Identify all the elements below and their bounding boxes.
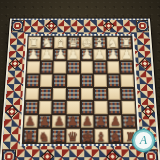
- border-eye-motif: [5, 105, 18, 118]
- brown-bishop[interactable]: ♝: [96, 130, 107, 143]
- square-r1c5[interactable]: ♟: [94, 49, 106, 61]
- square-r1c3[interactable]: ♟: [67, 49, 79, 61]
- board-grid: ♜♞♝♛♚♝♞♜♟♟♟♟♟♟♟♟♟♟♟♟♟♟♟♟♜♞♝♛♚♝♞♜: [22, 36, 138, 144]
- white-pawn[interactable]: ♟: [94, 48, 105, 61]
- square-r6c0[interactable]: ♟: [24, 115, 38, 128]
- brown-king[interactable]: ♚: [82, 130, 93, 143]
- square-r7c1[interactable]: ♞: [37, 129, 51, 143]
- brown-pawn[interactable]: ♟: [67, 116, 78, 128]
- white-pawn[interactable]: ♟: [28, 48, 39, 61]
- square-r5c2[interactable]: [53, 101, 66, 114]
- square-r4c2[interactable]: [53, 87, 66, 100]
- square-r2c5[interactable]: [94, 61, 107, 73]
- square-r5c0[interactable]: [25, 101, 38, 114]
- square-r2c4[interactable]: [80, 61, 92, 73]
- square-r3c3[interactable]: [67, 74, 80, 86]
- brown-pawn[interactable]: ♟: [110, 116, 121, 128]
- brown-queen[interactable]: ♛: [67, 130, 78, 143]
- square-r4c6[interactable]: [108, 87, 121, 100]
- square-r1c1[interactable]: ♟: [41, 49, 54, 61]
- square-r1c4[interactable]: ♟: [80, 49, 92, 61]
- square-r4c5[interactable]: [94, 87, 107, 100]
- border-eye-motif: [139, 57, 151, 69]
- square-r7c3[interactable]: ♛: [66, 129, 79, 143]
- brown-pawn[interactable]: ♟: [81, 116, 92, 128]
- square-r4c7[interactable]: [121, 87, 134, 100]
- square-r5c5[interactable]: [94, 101, 107, 114]
- square-r2c2[interactable]: [54, 61, 67, 73]
- border-eye-motif: [41, 150, 55, 160]
- corner-rosette-tile: [11, 20, 24, 31]
- square-r3c6[interactable]: [107, 74, 120, 86]
- square-r1c2[interactable]: ♟: [54, 49, 66, 61]
- brown-pawn[interactable]: ♟: [96, 116, 107, 128]
- corner-rosette-tile: [136, 20, 149, 31]
- square-r1c6[interactable]: ♟: [107, 49, 120, 61]
- watermark-letter: A: [140, 133, 147, 148]
- square-r3c2[interactable]: [53, 74, 66, 86]
- square-r6c4[interactable]: ♟: [81, 115, 94, 128]
- square-r3c5[interactable]: [94, 74, 107, 86]
- square-r2c7[interactable]: [120, 61, 133, 73]
- square-r3c4[interactable]: [80, 74, 93, 86]
- white-pawn[interactable]: ♟: [121, 48, 132, 61]
- white-pawn[interactable]: ♟: [68, 48, 79, 61]
- square-r6c6[interactable]: ♟: [109, 115, 123, 128]
- square-r2c6[interactable]: [107, 61, 120, 73]
- square-r7c0[interactable]: ♜: [23, 129, 37, 143]
- carpet-background: ♜♞♝♛♚♝♞♜♟♟♟♟♟♟♟♟♟♟♟♟♟♟♟♟♜♞♝♛♚♝♞♜ A: [0, 0, 160, 160]
- square-r5c1[interactable]: [39, 101, 52, 114]
- square-r7c2[interactable]: ♝: [52, 129, 66, 143]
- square-r2c3[interactable]: [67, 61, 79, 73]
- square-r4c3[interactable]: [67, 87, 80, 100]
- brown-bishop[interactable]: ♝: [53, 130, 64, 143]
- square-r7c6[interactable]: ♞: [109, 129, 123, 143]
- watermark-badge: A: [131, 126, 157, 156]
- square-r5c4[interactable]: [81, 101, 94, 114]
- brown-pawn[interactable]: ♟: [39, 116, 50, 128]
- brown-pawn[interactable]: ♟: [53, 116, 64, 128]
- white-pawn[interactable]: ♟: [107, 48, 118, 61]
- square-r3c0[interactable]: [26, 74, 39, 86]
- square-r6c3[interactable]: ♟: [66, 115, 79, 128]
- brown-rook[interactable]: ♜: [24, 130, 35, 143]
- border-eye-motif: [9, 57, 21, 69]
- corner-rosette-tile: [1, 149, 16, 160]
- white-pawn[interactable]: ♟: [41, 48, 52, 61]
- square-r7c4[interactable]: ♚: [81, 129, 94, 143]
- white-pawn[interactable]: ♟: [81, 48, 92, 61]
- square-r6c1[interactable]: ♟: [38, 115, 52, 128]
- square-r2c0[interactable]: [27, 61, 40, 73]
- brown-pawn[interactable]: ♟: [25, 116, 36, 128]
- brown-knight[interactable]: ♞: [110, 130, 121, 143]
- square-r3c7[interactable]: [121, 74, 134, 86]
- border-eye-motif: [45, 20, 57, 31]
- inner-mosaic-strip: ♜♞♝♛♚♝♞♜♟♟♟♟♟♟♟♟♟♟♟♟♟♟♟♟♜♞♝♛♚♝♞♜: [20, 34, 141, 146]
- border-eye-motif: [106, 150, 120, 160]
- square-r1c0[interactable]: ♟: [27, 49, 40, 61]
- square-r4c1[interactable]: [39, 87, 52, 100]
- square-r4c4[interactable]: [81, 87, 94, 100]
- square-r4c0[interactable]: [25, 87, 38, 100]
- border-eye-motif: [103, 20, 115, 31]
- brown-knight[interactable]: ♞: [38, 130, 49, 143]
- square-r3c1[interactable]: [40, 74, 53, 86]
- square-r2c1[interactable]: [40, 61, 53, 73]
- square-r5c6[interactable]: [108, 101, 121, 114]
- watermark-seal: A: [133, 130, 154, 151]
- square-r5c3[interactable]: [67, 101, 80, 114]
- border-eye-motif: [142, 105, 155, 118]
- square-r1c7[interactable]: ♟: [120, 49, 133, 61]
- square-r6c2[interactable]: ♟: [52, 115, 65, 128]
- square-r5c7[interactable]: [122, 101, 135, 114]
- square-r7c5[interactable]: ♝: [95, 129, 109, 143]
- white-pawn[interactable]: ♟: [54, 48, 65, 61]
- square-r6c5[interactable]: ♟: [95, 115, 108, 128]
